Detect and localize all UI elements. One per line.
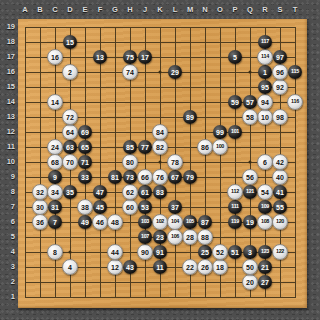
row-label-19: 19 — [1, 23, 15, 31]
star-point-D4 — [69, 251, 72, 254]
row-label-12: 12 — [1, 128, 15, 136]
black-stone-91-K4: 91 — [153, 245, 167, 259]
black-stone-57-Q14: 57 — [243, 95, 257, 109]
white-stone-60-H7: 60 — [122, 199, 138, 215]
black-stone-17-J17: 17 — [138, 50, 152, 64]
white-stone-20-Q2: 20 — [242, 274, 258, 290]
row-label-1: 1 — [1, 293, 15, 301]
white-stone-74-H16: 74 — [122, 64, 138, 80]
row-label-9: 9 — [1, 173, 15, 181]
black-stone-65-E11: 65 — [78, 140, 92, 154]
white-stone-104-L6: 104 — [167, 214, 183, 230]
white-stone-88-N5: 88 — [197, 229, 213, 245]
black-stone-55-S7: 55 — [273, 200, 287, 214]
black-stone-71-E10: 71 — [78, 155, 92, 169]
row-label-7: 7 — [1, 203, 15, 211]
column-label-N: N — [202, 6, 207, 14]
black-stone-35-D8: 35 — [63, 185, 77, 199]
black-stone-41-S8: 41 — [273, 185, 287, 199]
white-stone-46-F6: 46 — [92, 214, 108, 230]
black-stone-49-E6: 49 — [78, 215, 92, 229]
black-stone-117-R18: 117 — [258, 35, 272, 49]
black-stone-63-D11: 63 — [63, 140, 77, 154]
black-stone-107-J5: 107 — [138, 230, 152, 244]
black-stone-87-N6: 87 — [198, 215, 212, 229]
black-stone-119-P6: 119 — [228, 215, 242, 229]
white-stone-86-N11: 86 — [197, 139, 213, 155]
black-stone-43-H3: 43 — [123, 260, 137, 274]
white-stone-62-H8: 62 — [122, 184, 138, 200]
column-label-M: M — [187, 6, 193, 14]
black-stone-21-R3: 21 — [258, 260, 272, 274]
black-stone-99-O12: 99 — [213, 125, 227, 139]
row-label-10: 10 — [1, 158, 15, 166]
row-label-2: 2 — [1, 278, 15, 286]
black-stone-79-M9: 79 — [183, 170, 197, 184]
column-label-R: R — [262, 6, 267, 14]
star-point-Q10 — [249, 161, 252, 164]
white-stone-72-D13: 72 — [62, 109, 78, 125]
black-stone-67-L9: 67 — [168, 170, 182, 184]
black-stone-53-J7: 53 — [138, 200, 152, 214]
white-stone-34-C8: 34 — [47, 184, 63, 200]
row-label-17: 17 — [1, 53, 15, 61]
white-stone-36-B6: 36 — [32, 214, 48, 230]
white-stone-90-J4: 90 — [137, 244, 153, 260]
black-stone-19-Q6: 19 — [243, 215, 257, 229]
star-point-Q16 — [249, 71, 252, 74]
white-stone-32-B8: 32 — [32, 184, 48, 200]
column-label-T: T — [293, 6, 298, 14]
white-stone-120-S6: 120 — [272, 214, 288, 230]
black-stone-83-K8: 83 — [153, 185, 167, 199]
white-stone-24-C11: 24 — [47, 139, 63, 155]
row-label-4: 4 — [1, 248, 15, 256]
row-label-18: 18 — [1, 38, 15, 46]
white-stone-54-R8: 54 — [257, 184, 273, 200]
white-stone-106-L5: 106 — [167, 229, 183, 245]
row-label-16: 16 — [1, 68, 15, 76]
row-label-3: 3 — [1, 263, 15, 271]
black-stone-23-K5: 23 — [153, 230, 167, 244]
white-stone-66-J9: 66 — [137, 169, 153, 185]
black-stone-47-F8: 47 — [93, 185, 107, 199]
black-stone-13-F17: 13 — [93, 50, 107, 64]
black-stone-95-R15: 95 — [258, 80, 272, 94]
white-stone-78-L10: 78 — [167, 154, 183, 170]
white-stone-14-C14: 14 — [47, 94, 63, 110]
row-label-8: 8 — [1, 188, 15, 196]
white-stone-122-S4: 122 — [272, 244, 288, 260]
black-stone-121-Q8: 121 — [243, 185, 257, 199]
column-label-J: J — [143, 6, 147, 14]
white-stone-50-Q3: 50 — [242, 259, 258, 275]
white-stone-80-H10: 80 — [122, 154, 138, 170]
white-stone-58-Q13: 58 — [242, 109, 258, 125]
white-stone-114-R17: 114 — [257, 49, 273, 65]
column-label-S: S — [277, 6, 282, 14]
white-stone-44-G4: 44 — [107, 244, 123, 260]
go-board-diagram: ABCDEFGHJKLMNOPQRST 19181716151413121110… — [0, 0, 320, 320]
black-stone-45-F7: 45 — [93, 200, 107, 214]
row-label-6: 6 — [1, 218, 15, 226]
white-stone-8-C4: 8 — [47, 244, 63, 260]
column-label-Q: Q — [247, 6, 253, 14]
column-label-B: B — [37, 6, 42, 14]
black-stone-77-J11: 77 — [138, 140, 152, 154]
black-stone-5-P17: 5 — [228, 50, 242, 64]
white-stone-102-K6: 102 — [152, 214, 168, 230]
row-label-13: 13 — [1, 113, 15, 121]
white-stone-2-D16: 2 — [62, 64, 78, 80]
black-stone-101-P12: 101 — [228, 125, 242, 139]
white-stone-10-R13: 10 — [257, 109, 273, 125]
black-stone-81-G9: 81 — [108, 170, 122, 184]
column-label-K: K — [157, 6, 162, 14]
column-label-E: E — [82, 6, 87, 14]
white-stone-40-S9: 40 — [272, 169, 288, 185]
white-stone-108-R6: 108 — [257, 214, 273, 230]
white-stone-94-R14: 94 — [257, 94, 273, 110]
white-stone-100-O11: 100 — [212, 139, 228, 155]
black-stone-37-L7: 37 — [168, 200, 182, 214]
column-label-H: H — [127, 6, 132, 14]
white-stone-48-G6: 48 — [107, 214, 123, 230]
column-label-C: C — [52, 6, 57, 14]
white-stone-42-S10: 42 — [272, 154, 288, 170]
black-stone-31-C7: 31 — [48, 200, 62, 214]
white-stone-18-O3: 18 — [212, 259, 228, 275]
white-stone-52-O4: 52 — [212, 244, 228, 260]
black-stone-15-D18: 15 — [63, 35, 77, 49]
black-stone-111-P7: 111 — [228, 200, 242, 214]
black-stone-25-N4: 25 — [198, 245, 212, 259]
black-stone-29-L16: 29 — [168, 65, 182, 79]
white-stone-98-S13: 98 — [272, 109, 288, 125]
white-stone-64-D12: 64 — [62, 124, 78, 140]
row-label-5: 5 — [1, 233, 15, 241]
white-stone-76-K9: 76 — [152, 169, 168, 185]
white-stone-6-R10: 6 — [257, 154, 273, 170]
white-stone-22-M3: 22 — [182, 259, 198, 275]
star-point-K10 — [159, 161, 162, 164]
black-stone-105-M6: 105 — [183, 215, 197, 229]
white-stone-84-K12: 84 — [152, 124, 168, 140]
white-stone-82-K11: 82 — [152, 139, 168, 155]
black-stone-9-C9: 9 — [48, 170, 62, 184]
black-stone-1-R16: 1 — [258, 65, 272, 79]
white-stone-28-M5: 28 — [182, 229, 198, 245]
black-stone-11-K3: 11 — [153, 260, 167, 274]
white-stone-56-Q9: 56 — [242, 169, 258, 185]
row-label-15: 15 — [1, 83, 15, 91]
black-stone-27-R2: 27 — [258, 275, 272, 289]
white-stone-70-D10: 70 — [62, 154, 78, 170]
black-stone-109-R7: 109 — [258, 200, 272, 214]
white-stone-30-B7: 30 — [32, 199, 48, 215]
black-stone-3-Q4: 3 — [243, 245, 257, 259]
black-stone-7-C6: 7 — [48, 215, 62, 229]
white-stone-38-E7: 38 — [77, 199, 93, 215]
column-label-D: D — [67, 6, 72, 14]
black-stone-97-S17: 97 — [273, 50, 287, 64]
star-point-K16 — [159, 71, 162, 74]
black-stone-33-E9: 33 — [78, 170, 92, 184]
black-stone-115-T16: 115 — [288, 65, 302, 79]
white-stone-68-C10: 68 — [47, 154, 63, 170]
row-label-14: 14 — [1, 98, 15, 106]
black-stone-89-M13: 89 — [183, 110, 197, 124]
white-stone-116-T14: 116 — [287, 94, 303, 110]
black-stone-85-H11: 85 — [123, 140, 137, 154]
white-stone-16-C17: 16 — [47, 49, 63, 65]
row-label-11: 11 — [1, 143, 15, 151]
black-stone-103-J6: 103 — [138, 215, 152, 229]
white-stone-12-G3: 12 — [107, 259, 123, 275]
white-stone-92-S15: 92 — [272, 79, 288, 95]
white-stone-96-S16: 96 — [272, 64, 288, 80]
column-label-G: G — [112, 6, 118, 14]
column-label-A: A — [22, 6, 27, 14]
column-label-F: F — [98, 6, 103, 14]
black-stone-75-H17: 75 — [123, 50, 137, 64]
black-stone-59-P14: 59 — [228, 95, 242, 109]
white-stone-4-D3: 4 — [62, 259, 78, 275]
black-stone-73-H9: 73 — [123, 170, 137, 184]
column-label-L: L — [173, 6, 178, 14]
column-label-O: O — [217, 6, 223, 14]
white-stone-112-P8: 112 — [227, 184, 243, 200]
black-stone-123-R4: 123 — [258, 245, 272, 259]
white-stone-26-N3: 26 — [197, 259, 213, 275]
black-stone-69-E12: 69 — [78, 125, 92, 139]
column-label-P: P — [232, 6, 237, 14]
black-stone-51-P4: 51 — [228, 245, 242, 259]
black-stone-61-J8: 61 — [138, 185, 152, 199]
